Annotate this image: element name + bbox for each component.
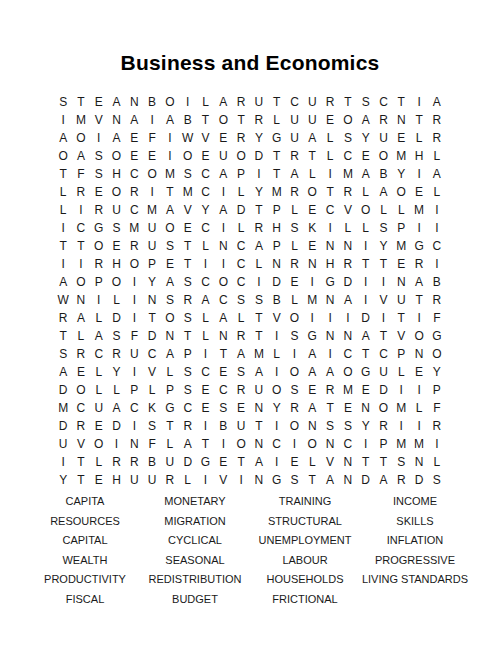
grid-cell: S <box>179 273 197 291</box>
grid-cell: E <box>179 219 197 237</box>
grid-cell: C <box>375 345 393 363</box>
grid-cell: H <box>410 147 428 165</box>
grid-cell: O <box>108 273 126 291</box>
grid-cell: M <box>410 201 428 219</box>
grid-cell: I <box>410 309 428 327</box>
word-item: CAPITAL <box>30 531 140 551</box>
grid-cell: D <box>357 309 375 327</box>
grid-cell: Y <box>357 417 375 435</box>
grid-cell: E <box>161 255 179 273</box>
grid-cell: T <box>357 345 375 363</box>
grid-cell: C <box>197 273 215 291</box>
grid-cell: N <box>214 237 232 255</box>
grid-cell: M <box>410 435 428 453</box>
grid-cell: C <box>428 237 446 255</box>
grid-cell: A <box>428 93 446 111</box>
grid-cell: L <box>250 255 268 273</box>
grid-cell: C <box>321 201 339 219</box>
grid-cell: M <box>161 165 179 183</box>
grid-cell: N <box>125 93 143 111</box>
grid-cell: D <box>375 381 393 399</box>
grid-cell: T <box>339 93 357 111</box>
grid-cell: R <box>108 345 126 363</box>
grid-cell: A <box>197 291 215 309</box>
grid-cell: O <box>375 399 393 417</box>
grid-cell: A <box>357 327 375 345</box>
grid-cell: C <box>72 219 90 237</box>
grid-cell: O <box>161 93 179 111</box>
grid-cell: R <box>375 417 393 435</box>
grid-cell: I <box>125 309 143 327</box>
grid-cell: U <box>286 111 304 129</box>
grid-cell: A <box>250 453 268 471</box>
grid-cell: F <box>143 435 161 453</box>
grid-cell: E <box>90 417 108 435</box>
grid-cell: T <box>72 237 90 255</box>
grid-cell: E <box>108 237 126 255</box>
grid-cell: O <box>72 381 90 399</box>
grid-cell: I <box>268 363 286 381</box>
grid-cell: E <box>72 363 90 381</box>
grid-cell: W <box>54 291 72 309</box>
grid-cell: T <box>179 327 197 345</box>
grid-cell: Y <box>250 129 268 147</box>
grid-cell: I <box>54 255 72 273</box>
grid-cell: R <box>232 381 250 399</box>
grid-cell: N <box>161 327 179 345</box>
grid-cell: O <box>90 435 108 453</box>
grid-cell: U <box>143 219 161 237</box>
grid-cell: V <box>179 201 197 219</box>
grid-cell: T <box>143 309 161 327</box>
grid-cell: A <box>357 111 375 129</box>
grid-cell: T <box>250 309 268 327</box>
grid-cell: D <box>108 309 126 327</box>
grid-cell: I <box>392 417 410 435</box>
grid-cell: I <box>410 417 428 435</box>
grid-cell: I <box>125 291 143 309</box>
grid-cell: T <box>303 147 321 165</box>
grid-cell: S <box>108 219 126 237</box>
grid-cell: A <box>54 129 72 147</box>
grid-cell: M <box>392 237 410 255</box>
grid-cell: O <box>161 219 179 237</box>
grid-cell: L <box>72 327 90 345</box>
grid-cell: G <box>428 327 446 345</box>
word-item: CAPITA <box>30 492 140 512</box>
grid-cell: A <box>375 183 393 201</box>
grid-cell: S <box>161 291 179 309</box>
grid-cell: L <box>410 129 428 147</box>
grid-cell: C <box>214 291 232 309</box>
grid-cell: I <box>54 219 72 237</box>
grid-cell: U <box>286 129 304 147</box>
grid-cell: A <box>125 111 143 129</box>
grid-cell: O <box>161 309 179 327</box>
grid-cell: G <box>268 129 286 147</box>
grid-cell: A <box>179 435 197 453</box>
grid-cell: N <box>339 327 357 345</box>
word-item: MIGRATION <box>140 512 250 532</box>
grid-cell: C <box>339 435 357 453</box>
grid-cell: H <box>108 255 126 273</box>
grid-cell: S <box>214 399 232 417</box>
grid-cell: C <box>375 93 393 111</box>
grid-cell: U <box>375 129 393 147</box>
grid-cell: I <box>357 237 375 255</box>
grid-cell: D <box>410 471 428 489</box>
grid-cell: T <box>72 93 90 111</box>
grid-cell: E <box>303 201 321 219</box>
grid-cell: L <box>357 183 375 201</box>
grid-cell: O <box>72 129 90 147</box>
grid-cell: V <box>375 291 393 309</box>
word-item: SKILLS <box>360 512 470 532</box>
grid-cell: I <box>90 129 108 147</box>
grid-cell: N <box>72 291 90 309</box>
grid-cell: S <box>286 471 304 489</box>
grid-cell: L <box>375 201 393 219</box>
grid-cell: N <box>250 471 268 489</box>
grid-cell: U <box>250 93 268 111</box>
grid-cell: T <box>250 327 268 345</box>
grid-cell: A <box>214 93 232 111</box>
grid-cell: C <box>232 255 250 273</box>
grid-cell: T <box>179 255 197 273</box>
grid-cell: L <box>161 435 179 453</box>
grid-cell: T <box>197 111 215 129</box>
grid-cell: L <box>179 471 197 489</box>
grid-cell: E <box>214 453 232 471</box>
grid-cell: O <box>179 147 197 165</box>
grid-cell: S <box>286 381 304 399</box>
grid-cell: D <box>250 147 268 165</box>
grid-cell: I <box>339 309 357 327</box>
grid-cell: U <box>250 381 268 399</box>
grid-cell: E <box>286 273 304 291</box>
grid-cell: E <box>125 147 143 165</box>
grid-cell: G <box>268 471 286 489</box>
word-item: RESOURCES <box>30 512 140 532</box>
grid-cell: T <box>72 453 90 471</box>
grid-cell: S <box>321 417 339 435</box>
grid-cell: P <box>161 381 179 399</box>
grid-cell: L <box>143 381 161 399</box>
grid-cell: S <box>179 165 197 183</box>
grid-cell: L <box>392 363 410 381</box>
grid-cell: G <box>161 399 179 417</box>
grid-cell: H <box>108 165 126 183</box>
grid-cell: P <box>125 381 143 399</box>
word-item: PRODUCTIVITY <box>30 570 140 590</box>
grid-cell: S <box>339 417 357 435</box>
grid-cell: P <box>179 345 197 363</box>
grid-cell: M <box>54 399 72 417</box>
grid-cell: N <box>410 345 428 363</box>
grid-cell: R <box>90 201 108 219</box>
grid-cell: R <box>179 417 197 435</box>
grid-cell: U <box>303 93 321 111</box>
grid-cell: B <box>179 111 197 129</box>
grid-cell: S <box>232 363 250 381</box>
grid-cell: L <box>303 453 321 471</box>
grid-cell: I <box>54 111 72 129</box>
grid-cell: Y <box>392 165 410 183</box>
grid-cell: V <box>197 129 215 147</box>
grid-cell: G <box>303 327 321 345</box>
grid-cell: H <box>268 219 286 237</box>
grid-cell: O <box>125 255 143 273</box>
grid-cell: A <box>357 165 375 183</box>
grid-cell: P <box>143 255 161 273</box>
grid-cell: T <box>321 183 339 201</box>
grid-cell: S <box>375 219 393 237</box>
grid-cell: C <box>125 399 143 417</box>
grid-cell: S <box>357 93 375 111</box>
grid-cell: I <box>214 435 232 453</box>
grid-cell: N <box>321 237 339 255</box>
grid-cell: O <box>339 363 357 381</box>
grid-cell: I <box>268 327 286 345</box>
grid-cell: O <box>232 435 250 453</box>
grid-cell: I <box>232 471 250 489</box>
grid-cell: E <box>197 147 215 165</box>
word-item: FRICTIONAL <box>250 590 360 610</box>
grid-cell: D <box>108 417 126 435</box>
grid-cell: E <box>392 129 410 147</box>
grid-cell: Y <box>428 363 446 381</box>
grid-cell: C <box>286 93 304 111</box>
grid-cell: Y <box>375 237 393 255</box>
grid-cell: I <box>143 183 161 201</box>
grid-cell: R <box>321 381 339 399</box>
word-item: LIVING STANDARDS <box>360 570 470 590</box>
word-item: INFLATION <box>360 531 470 551</box>
grid-cell: I <box>303 309 321 327</box>
grid-cell: Y <box>108 363 126 381</box>
grid-cell: L <box>108 381 126 399</box>
grid-cell: U <box>161 453 179 471</box>
grid-cell: I <box>286 435 304 453</box>
word-item: REDISTRIBUTION <box>140 570 250 590</box>
grid-cell: R <box>179 291 197 309</box>
grid-cell: S <box>108 327 126 345</box>
grid-cell: S <box>161 237 179 255</box>
grid-cell: L <box>321 147 339 165</box>
grid-cell: C <box>197 165 215 183</box>
grid-cell: T <box>54 165 72 183</box>
grid-cell: A <box>90 327 108 345</box>
grid-cell: I <box>125 417 143 435</box>
grid-cell: R <box>375 111 393 129</box>
grid-cell: S <box>179 381 197 399</box>
grid-cell: T <box>54 237 72 255</box>
word-item: MONETARY <box>140 492 250 512</box>
grid-cell: Y <box>357 129 375 147</box>
grid-cell: A <box>428 165 446 183</box>
grid-cell: N <box>143 291 161 309</box>
grid-cell: E <box>90 183 108 201</box>
grid-cell: I <box>108 435 126 453</box>
grid-cell: I <box>197 345 215 363</box>
grid-cell: C <box>268 435 286 453</box>
grid-cell: V <box>392 327 410 345</box>
grid-cell: R <box>72 417 90 435</box>
grid-cell: C <box>125 201 143 219</box>
grid-cell: N <box>268 255 286 273</box>
grid-cell: U <box>392 291 410 309</box>
grid-cell: O <box>410 327 428 345</box>
grid-cell: N <box>410 453 428 471</box>
grid-cell: I <box>428 219 446 237</box>
grid-cell: I <box>357 291 375 309</box>
grid-cell: U <box>214 147 232 165</box>
grid-cell: T <box>232 453 250 471</box>
grid-cell: D <box>232 201 250 219</box>
grid-cell: C <box>90 345 108 363</box>
grid-cell: R <box>321 93 339 111</box>
grid-cell: S <box>250 291 268 309</box>
grid-cell: U <box>90 399 108 417</box>
grid-cell: A <box>250 363 268 381</box>
grid-cell: I <box>410 165 428 183</box>
word-item: LABOUR <box>250 551 360 571</box>
grid-cell: T <box>357 255 375 273</box>
grid-cell: E <box>197 381 215 399</box>
grid-cell: L <box>410 399 428 417</box>
grid-cell: S <box>143 417 161 435</box>
grid-cell: I <box>179 93 197 111</box>
grid-cell: E <box>90 471 108 489</box>
grid-cell: I <box>392 381 410 399</box>
grid-cell: A <box>410 273 428 291</box>
grid-cell: D <box>179 453 197 471</box>
grid-cell: R <box>339 183 357 201</box>
grid-cell: I <box>250 273 268 291</box>
grid-cell: L <box>54 201 72 219</box>
grid-cell: P <box>392 219 410 237</box>
grid-cell: P <box>232 165 250 183</box>
grid-cell: S <box>90 147 108 165</box>
grid-cell: I <box>161 129 179 147</box>
word-item: INCOME <box>360 492 470 512</box>
grid-cell: C <box>339 147 357 165</box>
word-item: CYCLICAL <box>140 531 250 551</box>
grid-cell: K <box>303 219 321 237</box>
grid-cell: O <box>54 147 72 165</box>
grid-cell: T <box>268 165 286 183</box>
grid-cell: R <box>232 93 250 111</box>
grid-cell: T <box>214 345 232 363</box>
grid-cell: B <box>268 291 286 309</box>
grid-cell: R <box>339 255 357 273</box>
grid-cell: I <box>214 183 232 201</box>
grid-cell: O <box>72 273 90 291</box>
grid-cell: P <box>392 345 410 363</box>
grid-cell: A <box>232 345 250 363</box>
grid-cell: I <box>410 381 428 399</box>
grid-cell: R <box>125 237 143 255</box>
grid-cell: I <box>72 201 90 219</box>
grid-cell: L <box>197 93 215 111</box>
grid-cell: I <box>321 165 339 183</box>
grid-cell: I <box>125 363 143 381</box>
grid-cell: R <box>90 255 108 273</box>
grid-cell: T <box>375 453 393 471</box>
grid-cell: E <box>339 399 357 417</box>
grid-cell: L <box>161 363 179 381</box>
grid-cell: O <box>143 165 161 183</box>
grid-cell: P <box>428 381 446 399</box>
grid-cell: A <box>303 399 321 417</box>
grid-cell: R <box>108 453 126 471</box>
grid-cell: T <box>268 147 286 165</box>
grid-cell: D <box>268 273 286 291</box>
grid-cell: E <box>410 183 428 201</box>
grid-cell: M <box>339 381 357 399</box>
grid-cell: T <box>197 435 215 453</box>
grid-cell: R <box>428 417 446 435</box>
grid-cell: H <box>321 255 339 273</box>
grid-cell: L <box>268 345 286 363</box>
grid-cell: L <box>303 165 321 183</box>
grid-cell: A <box>375 471 393 489</box>
grid-cell: G <box>410 237 428 255</box>
word-search-page: Business and Economics STEANBOILARUTCURT… <box>0 0 500 647</box>
grid-cell: E <box>143 147 161 165</box>
word-item: STRUCTURAL <box>250 512 360 532</box>
grid-cell: A <box>161 201 179 219</box>
grid-cell: T <box>161 183 179 201</box>
grid-cell: U <box>143 471 161 489</box>
grid-cell: O <box>375 147 393 165</box>
grid-cell: G <box>321 273 339 291</box>
grid-cell: V <box>339 201 357 219</box>
grid-cell: O <box>286 309 304 327</box>
grid-cell: U <box>108 201 126 219</box>
grid-cell: W <box>179 129 197 147</box>
grid-cell: P <box>268 201 286 219</box>
grid-cell: N <box>357 399 375 417</box>
grid-cell: E <box>125 129 143 147</box>
grid-cell: G <box>357 363 375 381</box>
grid-cell: O <box>339 111 357 129</box>
grid-cell: F <box>125 327 143 345</box>
grid-cell: O <box>357 201 375 219</box>
grid-cell: E <box>303 381 321 399</box>
grid-cell: I <box>197 471 215 489</box>
grid-cell: I <box>90 291 108 309</box>
grid-cell: T <box>410 291 428 309</box>
word-item: UNEMPLOYMENT <box>250 531 360 551</box>
grid-cell: V <box>90 111 108 129</box>
grid-cell: M <box>268 183 286 201</box>
grid-cell: L <box>339 219 357 237</box>
grid-cell: O <box>428 345 446 363</box>
grid-cell: O <box>303 435 321 453</box>
grid-cell: C <box>125 165 143 183</box>
grid-cell: S <box>339 129 357 147</box>
grid-cell: B <box>214 417 232 435</box>
grid-cell: O <box>90 237 108 255</box>
grid-cell: L <box>90 309 108 327</box>
grid-cell: A <box>250 237 268 255</box>
grid-cell: V <box>321 453 339 471</box>
grid-cell: C <box>197 219 215 237</box>
grid-cell: U <box>125 471 143 489</box>
grid-cell: A <box>303 363 321 381</box>
grid-cell: R <box>54 309 72 327</box>
